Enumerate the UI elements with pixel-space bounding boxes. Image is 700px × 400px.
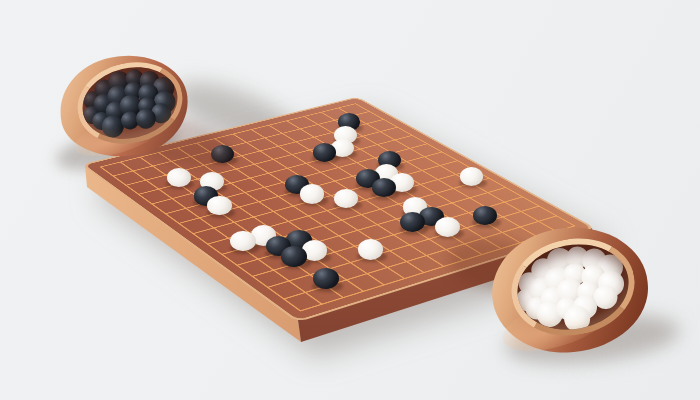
black-stone-bowl[interactable] bbox=[60, 56, 188, 156]
white-stone-bowl[interactable] bbox=[492, 228, 648, 352]
go-scene bbox=[0, 0, 700, 400]
